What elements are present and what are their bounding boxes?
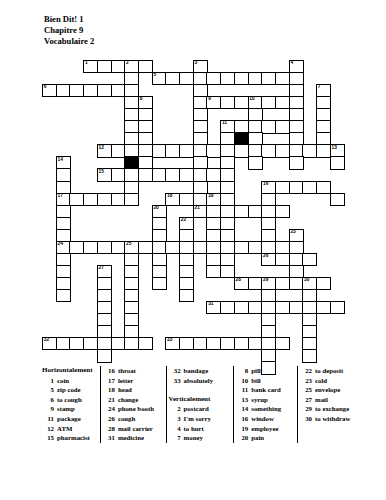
clue-item-number: 29 (300, 404, 312, 414)
clue-number: 19 (208, 193, 213, 199)
clue-number: 11 (222, 120, 227, 126)
clue-number: 14 (57, 157, 62, 163)
clue-item-text: stamp (54, 404, 75, 414)
grid-cell[interactable] (289, 156, 304, 169)
clue-item-number: 7 (169, 433, 181, 443)
clue-number: 25 (126, 241, 131, 247)
clue-item-number: 4 (169, 424, 181, 434)
grid-cell[interactable] (302, 253, 317, 266)
clue-item-number: 28 (103, 424, 115, 434)
clue-item-text: to deposit (312, 366, 343, 376)
clue-item-number: 19 (236, 424, 248, 434)
clue-item-text: bank card (248, 385, 281, 395)
clue-item: 6to cough (42, 395, 97, 405)
clue-item: 33absolutely (169, 376, 231, 386)
clue-item-number: 11 (42, 414, 54, 424)
clue-number: 9 (208, 96, 211, 102)
clue-item-text: mail (312, 395, 328, 405)
clue-item-text: bill (248, 376, 260, 386)
clue-item-text: bandage (181, 366, 209, 376)
clue-item: 23cold (300, 376, 379, 386)
clue-item-text: medicine (115, 433, 144, 443)
clue-item: 29to exchange (300, 404, 379, 414)
clue-column-4: 8pill10bill11bank card13syrup14something… (233, 366, 297, 443)
grid-cell[interactable] (330, 193, 345, 206)
clue-item-text: cough (115, 414, 135, 424)
clue-item-number: 8 (236, 366, 248, 376)
clue-item-text: ATM (54, 424, 72, 434)
clue-item-number: 30 (300, 414, 312, 424)
clue-number: 4 (290, 60, 293, 66)
clue-number: 32 (44, 337, 49, 343)
clue-item-text: money (181, 433, 203, 443)
clue-item: 25envelope (300, 385, 379, 395)
clue-item-text: to cough (54, 395, 82, 405)
clue-item-number: 32 (169, 366, 181, 376)
clue-item: 12ATM (42, 424, 97, 434)
clue-item-number: 21 (103, 395, 115, 405)
clue-column-3: 32bandage33absolutelyVerticalement2postc… (166, 366, 234, 443)
clue-item: 3I'm sorry (169, 414, 231, 424)
clue-item-text: phone booth (115, 404, 154, 414)
clue-item-text: to withdraw (312, 414, 350, 424)
clue-number: 6 (44, 84, 47, 90)
clue-number: 18 (167, 193, 172, 199)
clue-item-number: 16 (103, 366, 115, 376)
clue-item: 27mail (300, 395, 379, 405)
clue-item: 8pill (236, 366, 294, 376)
clue-item-number: 5 (42, 385, 54, 395)
clue-item-number: 24 (103, 404, 115, 414)
clue-item-number: 16 (236, 414, 248, 424)
clue-number: 27 (99, 265, 104, 271)
clue-item: 26cough (103, 414, 163, 424)
clue-item-text: employee (248, 424, 278, 434)
grid-cell[interactable] (179, 289, 194, 302)
clue-item-text: change (115, 395, 138, 405)
clue-item-text: package (54, 414, 81, 424)
clue-item-number: 2 (169, 404, 181, 414)
clue-item-text: mail carrier (115, 424, 153, 434)
clue-item: 2postcard (169, 404, 231, 414)
clue-number: 24 (57, 241, 62, 247)
grid-cell[interactable] (330, 156, 345, 169)
clue-item: 14something (236, 404, 294, 414)
clue-item-text: zip code (54, 385, 81, 395)
clue-number: 20 (153, 205, 158, 211)
clue-item-text: cold (312, 376, 327, 386)
clue-number: 17 (57, 193, 62, 199)
clue-column-5: 22to deposit23cold25envelope27mail29to e… (297, 366, 382, 443)
clue-item: 17letter (103, 376, 163, 386)
clue-number: 8 (140, 96, 143, 102)
clue-item-number: 9 (42, 404, 54, 414)
clue-item: 5zip code (42, 385, 97, 395)
clue-item: 11bank card (236, 385, 294, 395)
clue-number: 5 (153, 72, 156, 78)
clue-lists: Horizontalement1coin5zip code6to cough9s… (40, 366, 382, 443)
clue-item-number: 1 (42, 376, 54, 386)
clue-item-number: 26 (103, 414, 115, 424)
clue-item: 22to deposit (300, 366, 379, 376)
grid-cell[interactable] (56, 289, 71, 302)
clue-item-text: postcard (181, 404, 209, 414)
clue-item-number: 25 (300, 385, 312, 395)
clue-item-text: syrup (248, 395, 268, 405)
clue-number: 10 (249, 96, 254, 102)
clue-spacer (169, 385, 231, 395)
clue-item-number: 33 (169, 376, 181, 386)
grid-cell[interactable] (330, 301, 345, 314)
grid-cell[interactable] (316, 277, 331, 290)
clue-number: 23 (290, 229, 295, 235)
clue-number: 28 (236, 277, 241, 283)
clue-number: 3 (194, 60, 197, 66)
grid-cell[interactable] (138, 337, 153, 350)
clue-item-text: I'm sorry (181, 414, 211, 424)
grid-cell[interactable] (302, 349, 317, 362)
clue-item: 31medicine (103, 433, 163, 443)
clue-item: 32bandage (169, 366, 231, 376)
clue-column-2: 16throat17letter18head21change24phone bo… (100, 366, 166, 443)
clue-item: 30to withdraw (300, 414, 379, 424)
clue-item-number: 17 (103, 376, 115, 386)
clue-number: 26 (263, 253, 268, 259)
clue-item: 16window (236, 414, 294, 424)
clue-number: 1 (85, 60, 88, 66)
clue-number: 21 (194, 205, 199, 211)
clue-item-text: envelope (312, 385, 340, 395)
clue-item-text: something (248, 404, 281, 414)
clue-number: 2 (126, 60, 129, 66)
clue-number: 7 (318, 84, 321, 90)
grid-cell[interactable] (152, 277, 167, 290)
clue-item: 1coin (42, 376, 97, 386)
clue-number: 30 (304, 277, 309, 283)
grid-cell[interactable] (124, 193, 139, 206)
clue-item: 19employee (236, 424, 294, 434)
clue-item: 18head (103, 385, 163, 395)
clue-item-text: pain (248, 433, 264, 443)
clue-item-number: 6 (42, 395, 54, 405)
clue-item-number: 14 (236, 404, 248, 414)
clue-item: 20pain (236, 433, 294, 443)
clue-item: 10bill (236, 376, 294, 386)
clue-item-text: to hurt (181, 424, 204, 434)
clue-number: 12 (99, 145, 104, 151)
clue-item-number: 22 (300, 366, 312, 376)
crossword-grid: 1234567891011121314151617181920212223242… (0, 0, 386, 386)
clue-list-header: Horizontalement (42, 366, 97, 376)
worksheet-page: Bien Dit! 1 Chapitre 9 Vocabulaire 2 123… (0, 0, 386, 500)
clue-number: 13 (331, 145, 336, 151)
clue-item: 13syrup (236, 395, 294, 405)
clue-item-number: 23 (300, 376, 312, 386)
clue-item-number: 13 (236, 395, 248, 405)
clue-item-text: pill (248, 366, 260, 376)
clue-item-text: pharmacist (54, 433, 90, 443)
clue-item-number: 15 (42, 433, 54, 443)
clue-item-number: 12 (42, 424, 54, 434)
clue-number: 31 (208, 301, 213, 307)
clue-item-number: 18 (103, 385, 115, 395)
clue-item-text: to exchange (312, 404, 349, 414)
clue-item-number: 11 (236, 385, 248, 395)
grid-cell[interactable] (275, 337, 290, 350)
clue-item-number: 27 (300, 395, 312, 405)
clue-item-number: 3 (169, 414, 181, 424)
clue-list-header: Verticalement (169, 395, 231, 405)
clue-column-1: Horizontalement1coin5zip code6to cough9s… (40, 366, 100, 443)
clue-item: 16throat (103, 366, 163, 376)
clue-item: 21change (103, 395, 163, 405)
clue-number: 15 (99, 169, 104, 175)
clue-number: 22 (181, 217, 186, 223)
grid-cell[interactable] (248, 156, 263, 169)
clue-item-text: window (248, 414, 274, 424)
clue-number: 33 (167, 337, 172, 343)
clue-item: 15pharmacist (42, 433, 97, 443)
clue-item: 7money (169, 433, 231, 443)
clue-item-number: 20 (236, 433, 248, 443)
clue-number: 29 (263, 277, 268, 283)
clue-item-number: 10 (236, 376, 248, 386)
clue-item: 28mail carrier (103, 424, 163, 434)
clue-number: 16 (263, 181, 268, 187)
clue-item: 11package (42, 414, 97, 424)
clue-item: 9stamp (42, 404, 97, 414)
clue-item-text: coin (54, 376, 69, 386)
clue-item: 24phone booth (103, 404, 163, 414)
grid-cell[interactable] (275, 205, 290, 218)
clue-item-text: absolutely (181, 376, 213, 386)
clue-item-text: head (115, 385, 132, 395)
grid-cell[interactable] (97, 349, 112, 362)
clue-item-text: throat (115, 366, 136, 376)
clue-item-text: letter (115, 376, 133, 386)
clue-item: 4to hurt (169, 424, 231, 434)
clue-item-number: 31 (103, 433, 115, 443)
